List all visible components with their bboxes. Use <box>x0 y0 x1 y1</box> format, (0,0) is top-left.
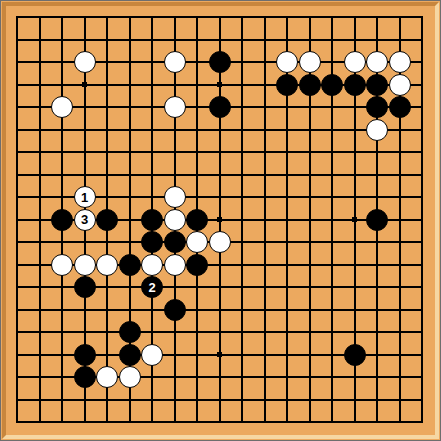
black-stone <box>209 51 231 73</box>
black-stone <box>344 74 366 96</box>
white-stone <box>389 74 411 96</box>
black-stone <box>51 209 73 231</box>
white-stone <box>276 51 298 73</box>
white-stone-move-3: 3 <box>74 209 96 231</box>
black-stone <box>164 231 186 253</box>
star-point <box>82 82 87 87</box>
black-stone-move-2: 2 <box>141 276 163 298</box>
black-stone <box>186 254 208 276</box>
white-stone <box>119 366 141 388</box>
white-stone <box>141 254 163 276</box>
black-stone <box>186 209 208 231</box>
white-stone <box>141 344 163 366</box>
black-stone <box>164 299 186 321</box>
white-stone <box>209 231 231 253</box>
black-stone <box>141 231 163 253</box>
white-stone <box>366 119 388 141</box>
black-stone <box>366 96 388 118</box>
star-point <box>217 352 222 357</box>
grid-line <box>16 399 423 401</box>
black-stone <box>74 276 96 298</box>
star-point <box>352 217 357 222</box>
grid-line <box>421 16 423 423</box>
white-stone <box>164 186 186 208</box>
white-stone <box>164 209 186 231</box>
black-stone <box>321 74 343 96</box>
white-stone <box>74 51 96 73</box>
white-stone <box>51 254 73 276</box>
white-stone <box>164 51 186 73</box>
grid-line <box>16 421 423 423</box>
white-stone <box>186 231 208 253</box>
white-stone-move-1: 1 <box>74 186 96 208</box>
white-stone <box>74 254 96 276</box>
white-stone <box>299 51 321 73</box>
black-stone <box>366 209 388 231</box>
go-board[interactable]: 132 <box>11 11 432 432</box>
black-stone <box>141 209 163 231</box>
grid-line <box>16 331 423 333</box>
black-stone <box>209 96 231 118</box>
grid-line <box>264 16 266 423</box>
grid-line <box>16 309 423 311</box>
white-stone <box>344 51 366 73</box>
black-stone <box>276 74 298 96</box>
white-stone <box>164 96 186 118</box>
white-stone <box>96 254 118 276</box>
black-stone <box>119 344 141 366</box>
grid-line <box>241 16 243 423</box>
black-stone <box>344 344 366 366</box>
black-stone <box>366 74 388 96</box>
black-stone <box>96 209 118 231</box>
white-stone <box>366 51 388 73</box>
white-stone <box>96 366 118 388</box>
black-stone <box>389 96 411 118</box>
white-stone <box>389 51 411 73</box>
black-stone <box>74 366 96 388</box>
go-diagram: 132 <box>0 0 441 441</box>
white-stone <box>51 96 73 118</box>
star-point <box>217 82 222 87</box>
black-stone <box>299 74 321 96</box>
board-frame: 132 <box>0 0 441 441</box>
white-stone <box>164 254 186 276</box>
black-stone <box>119 254 141 276</box>
star-point <box>217 217 222 222</box>
black-stone <box>74 344 96 366</box>
black-stone <box>119 321 141 343</box>
